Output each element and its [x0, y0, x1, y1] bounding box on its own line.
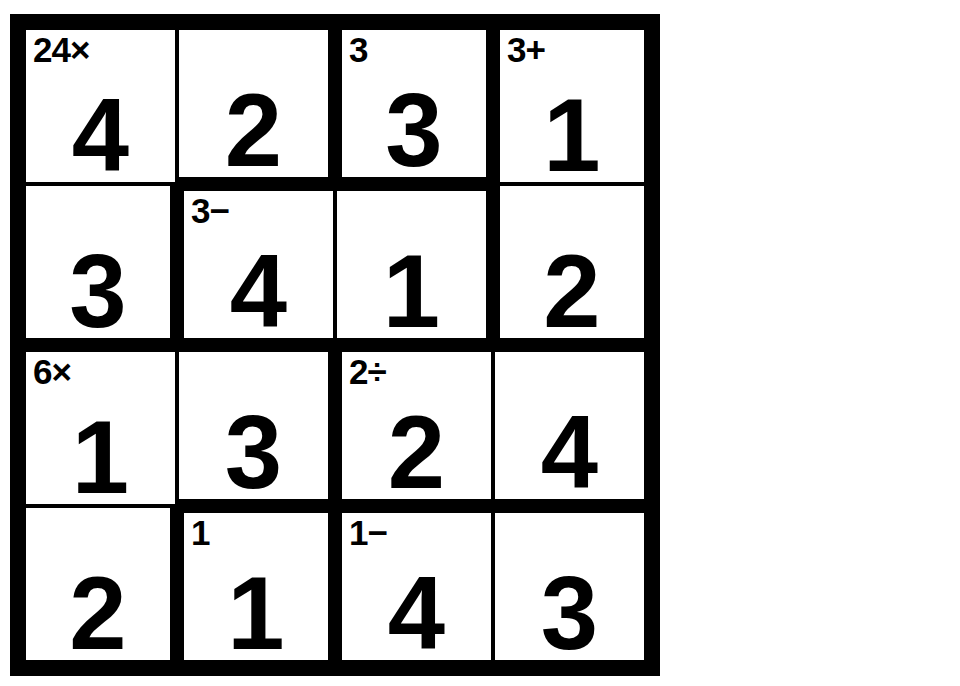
cell-value: 3 [179, 412, 328, 494]
cage-clue: 3+ [507, 30, 545, 70]
cell-r2c4[interactable]: 2 [493, 184, 651, 345]
cell-value: 1 [337, 251, 486, 333]
cell-r1c3[interactable]: 33 [335, 23, 493, 184]
cell-value: 3 [26, 251, 170, 333]
cage-clue: 1 [191, 513, 209, 553]
cell-r2c2[interactable]: 3−4 [177, 184, 335, 345]
cell-r4c3[interactable]: 1−4 [335, 506, 493, 667]
cage-clue: 2÷ [349, 352, 386, 392]
cell-value: 2 [26, 573, 170, 655]
kenken-board: 24×42333+133−4126×132÷242111−43 [10, 14, 660, 676]
cell-value: 2 [179, 90, 328, 172]
cage-clue: 3− [191, 191, 229, 231]
cage-clue: 1− [349, 513, 387, 553]
cell-value: 1 [26, 417, 175, 499]
cell-value: 2 [342, 412, 491, 494]
cage-clue: 3 [349, 30, 367, 70]
cell-r3c3[interactable]: 2÷2 [335, 345, 493, 506]
cell-r1c2[interactable]: 2 [177, 23, 335, 184]
page-background: 24×42333+133−4126×132÷242111−43 [0, 0, 960, 686]
cell-r2c1[interactable]: 3 [19, 184, 177, 345]
cell-r3c4[interactable]: 4 [493, 345, 651, 506]
cell-value: 1 [184, 573, 328, 655]
cell-value: 2 [500, 251, 644, 333]
cage-clue: 24× [33, 30, 89, 70]
cell-r4c1[interactable]: 2 [19, 506, 177, 667]
cell-r1c1[interactable]: 24×4 [19, 23, 177, 184]
cell-value: 4 [184, 251, 333, 333]
cell-r2c3[interactable]: 1 [335, 184, 493, 345]
cell-r4c2[interactable]: 11 [177, 506, 335, 667]
cell-r1c4[interactable]: 3+1 [493, 23, 651, 184]
cell-value: 4 [342, 573, 491, 655]
cell-value: 4 [495, 412, 644, 494]
cell-value: 3 [495, 573, 644, 655]
cage-clue: 6× [33, 352, 71, 392]
cell-value: 3 [342, 90, 486, 172]
cell-value: 1 [500, 95, 644, 177]
cell-r3c1[interactable]: 6×1 [19, 345, 177, 506]
cell-value: 4 [26, 95, 175, 177]
cell-r4c4[interactable]: 3 [493, 506, 651, 667]
cell-r3c2[interactable]: 3 [177, 345, 335, 506]
